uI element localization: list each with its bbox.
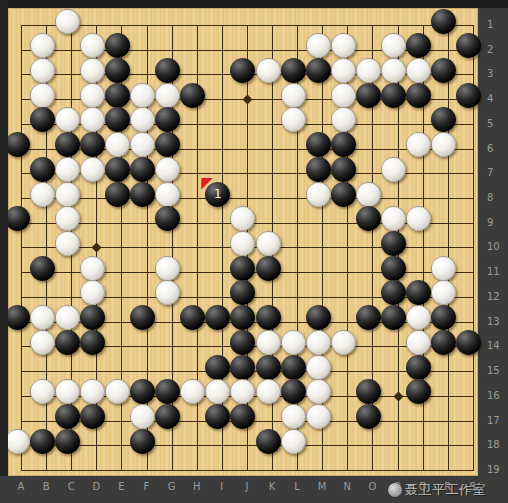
- black-stone-J11[interactable]: [230, 256, 255, 281]
- black-stone-F7[interactable]: [130, 157, 155, 182]
- coordinate-label-row-4: 4: [487, 93, 507, 104]
- black-stone-F13[interactable]: [130, 305, 155, 330]
- black-stone-F8[interactable]: [130, 182, 155, 207]
- white-stone-L4[interactable]: [281, 83, 306, 108]
- coordinate-label-row-7: 7: [487, 167, 507, 178]
- black-stone-D13[interactable]: [80, 305, 105, 330]
- coordinate-label-col-B: B: [36, 481, 56, 492]
- black-stone-Q15[interactable]: [406, 355, 431, 380]
- black-stone-R13[interactable]: [431, 305, 456, 330]
- white-stone-F5[interactable]: [130, 107, 155, 132]
- coordinate-label-col-A: A: [11, 481, 31, 492]
- white-stone-O3[interactable]: [356, 58, 381, 83]
- black-stone-K15[interactable]: [256, 355, 281, 380]
- black-stone-R14[interactable]: [431, 330, 456, 355]
- star-point: [92, 243, 102, 253]
- white-stone-G8[interactable]: [155, 182, 180, 207]
- white-stone-J10[interactable]: [230, 231, 255, 256]
- white-stone-N3[interactable]: [331, 58, 356, 83]
- white-stone-L17[interactable]: [281, 404, 306, 429]
- white-stone-Q3[interactable]: [406, 58, 431, 83]
- white-stone-D12[interactable]: [80, 280, 105, 305]
- black-stone-E4[interactable]: [105, 83, 130, 108]
- white-stone-P9[interactable]: [381, 206, 406, 231]
- white-stone-R6[interactable]: [431, 132, 456, 157]
- black-stone-G5[interactable]: [155, 107, 180, 132]
- black-stone-E2[interactable]: [105, 33, 130, 58]
- black-stone-A9[interactable]: [5, 206, 30, 231]
- coordinate-label-row-3: 3: [487, 68, 507, 79]
- black-stone-B7[interactable]: [30, 157, 55, 182]
- black-stone-H13[interactable]: [180, 305, 205, 330]
- white-stone-E16[interactable]: [105, 379, 130, 404]
- coordinate-label-col-J: J: [237, 481, 257, 492]
- black-stone-D6[interactable]: [80, 132, 105, 157]
- coordinates-right: 12345678910111213141516171819: [478, 0, 508, 503]
- white-stone-F17[interactable]: [130, 404, 155, 429]
- white-stone-D16[interactable]: [80, 379, 105, 404]
- coordinate-label-col-G: G: [162, 481, 182, 492]
- black-stone-L16[interactable]: [281, 379, 306, 404]
- white-stone-C9[interactable]: [55, 206, 80, 231]
- black-stone-M6[interactable]: [306, 132, 331, 157]
- white-stone-N2[interactable]: [331, 33, 356, 58]
- white-stone-C7[interactable]: [55, 157, 80, 182]
- black-stone-I15[interactable]: [205, 355, 230, 380]
- black-stone-O4[interactable]: [356, 83, 381, 108]
- coordinate-label-col-F: F: [137, 481, 157, 492]
- black-stone-B5[interactable]: [30, 107, 55, 132]
- black-stone-Q16[interactable]: [406, 379, 431, 404]
- black-stone-C6[interactable]: [55, 132, 80, 157]
- black-stone-L3[interactable]: [281, 58, 306, 83]
- go-board[interactable]: 1: [8, 8, 478, 476]
- coordinate-label-row-8: 8: [487, 192, 507, 203]
- white-stone-P7[interactable]: [381, 157, 406, 182]
- white-stone-N4[interactable]: [331, 83, 356, 108]
- white-stone-M8[interactable]: [306, 182, 331, 207]
- coordinate-label-col-K: K: [262, 481, 282, 492]
- black-stone-N8[interactable]: [331, 182, 356, 207]
- white-stone-C13[interactable]: [55, 305, 80, 330]
- black-stone-J3[interactable]: [230, 58, 255, 83]
- white-stone-Q14[interactable]: [406, 330, 431, 355]
- black-stone-J15[interactable]: [230, 355, 255, 380]
- black-stone-G17[interactable]: [155, 404, 180, 429]
- coordinate-label-col-I: I: [212, 481, 232, 492]
- white-stone-K10[interactable]: [256, 231, 281, 256]
- black-stone-J13[interactable]: [230, 305, 255, 330]
- coordinate-label-col-L: L: [287, 481, 307, 492]
- go-app-window: 1 ABCDEFGHIJKLMNOPQRS 123456789101112131…: [0, 0, 508, 503]
- white-stone-P3[interactable]: [381, 58, 406, 83]
- coordinate-label-row-19: 19: [487, 464, 507, 475]
- black-stone-Q12[interactable]: [406, 280, 431, 305]
- white-stone-L18[interactable]: [281, 429, 306, 454]
- white-stone-G12[interactable]: [155, 280, 180, 305]
- white-stone-N5[interactable]: [331, 107, 356, 132]
- coordinate-label-col-O: O: [362, 481, 382, 492]
- white-stone-C5[interactable]: [55, 107, 80, 132]
- coordinate-label-col-E: E: [111, 481, 131, 492]
- white-stone-I16[interactable]: [205, 379, 230, 404]
- black-stone-C18[interactable]: [55, 429, 80, 454]
- black-stone-E5[interactable]: [105, 107, 130, 132]
- coordinate-label-row-17: 17: [487, 415, 507, 426]
- white-stone-Q9[interactable]: [406, 206, 431, 231]
- white-stone-G4[interactable]: [155, 83, 180, 108]
- white-stone-D3[interactable]: [80, 58, 105, 83]
- white-stone-K16[interactable]: [256, 379, 281, 404]
- white-stone-M2[interactable]: [306, 33, 331, 58]
- white-stone-M14[interactable]: [306, 330, 331, 355]
- black-stone-H4[interactable]: [180, 83, 205, 108]
- black-stone-M3[interactable]: [306, 58, 331, 83]
- coordinate-label-row-11: 11: [487, 266, 507, 277]
- grid-line-vertical: [448, 25, 449, 471]
- black-stone-P13[interactable]: [381, 305, 406, 330]
- white-stone-G7[interactable]: [155, 157, 180, 182]
- black-stone-R5[interactable]: [431, 107, 456, 132]
- black-stone-C17[interactable]: [55, 404, 80, 429]
- grid-line-horizontal: [21, 445, 474, 446]
- watermark-text: 聂卫平工作室: [405, 481, 486, 499]
- white-stone-P2[interactable]: [381, 33, 406, 58]
- black-stone-B18[interactable]: [30, 429, 55, 454]
- coordinate-label-row-1: 1: [487, 19, 507, 30]
- coordinate-label-row-2: 2: [487, 44, 507, 55]
- black-stone-N7[interactable]: [331, 157, 356, 182]
- black-stone-G16[interactable]: [155, 379, 180, 404]
- white-stone-E6[interactable]: [105, 132, 130, 157]
- black-stone-Q4[interactable]: [406, 83, 431, 108]
- black-stone-J17[interactable]: [230, 404, 255, 429]
- coordinate-label-col-D: D: [86, 481, 106, 492]
- white-stone-B13[interactable]: [30, 305, 55, 330]
- black-stone-I17[interactable]: [205, 404, 230, 429]
- black-stone-F16[interactable]: [130, 379, 155, 404]
- black-stone-P11[interactable]: [381, 256, 406, 281]
- white-stone-A18[interactable]: [5, 429, 30, 454]
- white-stone-R11[interactable]: [431, 256, 456, 281]
- white-stone-B16[interactable]: [30, 379, 55, 404]
- move-number-label: 1: [205, 182, 230, 207]
- black-stone-K18[interactable]: [256, 429, 281, 454]
- black-stone-F18[interactable]: [130, 429, 155, 454]
- black-stone-A6[interactable]: [5, 132, 30, 157]
- coordinate-label-row-5: 5: [487, 118, 507, 129]
- white-stone-D4[interactable]: [80, 83, 105, 108]
- white-stone-M16[interactable]: [306, 379, 331, 404]
- white-stone-Q6[interactable]: [406, 132, 431, 157]
- black-stone-E7[interactable]: [105, 157, 130, 182]
- white-stone-Q13[interactable]: [406, 305, 431, 330]
- white-stone-O8[interactable]: [356, 182, 381, 207]
- black-stone-K11[interactable]: [256, 256, 281, 281]
- black-stone-O17[interactable]: [356, 404, 381, 429]
- coordinate-label-row-14: 14: [487, 340, 507, 351]
- coordinate-label-col-C: C: [61, 481, 81, 492]
- white-stone-J16[interactable]: [230, 379, 255, 404]
- star-point: [242, 95, 252, 105]
- black-stone-M13[interactable]: [306, 305, 331, 330]
- watermark-seal-icon: [388, 483, 402, 497]
- black-stone-E8[interactable]: [105, 182, 130, 207]
- black-stone-J14[interactable]: [230, 330, 255, 355]
- black-stone-I13[interactable]: [205, 305, 230, 330]
- white-stone-D11[interactable]: [80, 256, 105, 281]
- black-stone-R3[interactable]: [431, 58, 456, 83]
- black-stone-L15[interactable]: [281, 355, 306, 380]
- black-stone-D17[interactable]: [80, 404, 105, 429]
- coordinate-label-row-12: 12: [487, 291, 507, 302]
- white-stone-D5[interactable]: [80, 107, 105, 132]
- white-stone-R12[interactable]: [431, 280, 456, 305]
- black-stone-P12[interactable]: [381, 280, 406, 305]
- white-stone-L5[interactable]: [281, 107, 306, 132]
- white-stone-C1[interactable]: [55, 9, 80, 34]
- white-stone-K3[interactable]: [256, 58, 281, 83]
- white-stone-B4[interactable]: [30, 83, 55, 108]
- black-stone-O16[interactable]: [356, 379, 381, 404]
- white-stone-B8[interactable]: [30, 182, 55, 207]
- black-stone-E3[interactable]: [105, 58, 130, 83]
- black-stone-C14[interactable]: [55, 330, 80, 355]
- black-stone-O9[interactable]: [356, 206, 381, 231]
- black-stone-A13[interactable]: [5, 305, 30, 330]
- white-stone-H16[interactable]: [180, 379, 205, 404]
- coordinate-label-row-16: 16: [487, 390, 507, 401]
- black-stone-J12[interactable]: [230, 280, 255, 305]
- coordinate-label-col-N: N: [337, 481, 357, 492]
- white-stone-B2[interactable]: [30, 33, 55, 58]
- white-stone-D7[interactable]: [80, 157, 105, 182]
- black-stone-B11[interactable]: [30, 256, 55, 281]
- black-stone-I8[interactable]: 1: [205, 182, 230, 207]
- coordinate-label-row-13: 13: [487, 316, 507, 327]
- white-stone-C16[interactable]: [55, 379, 80, 404]
- white-stone-D2[interactable]: [80, 33, 105, 58]
- black-stone-R1[interactable]: [431, 9, 456, 34]
- white-stone-C10[interactable]: [55, 231, 80, 256]
- white-stone-B14[interactable]: [30, 330, 55, 355]
- coordinate-label-row-6: 6: [487, 143, 507, 154]
- white-stone-G11[interactable]: [155, 256, 180, 281]
- black-stone-M7[interactable]: [306, 157, 331, 182]
- coordinate-label-col-H: H: [187, 481, 207, 492]
- star-point: [393, 391, 403, 401]
- white-stone-M15[interactable]: [306, 355, 331, 380]
- coordinate-label-row-9: 9: [487, 217, 507, 228]
- white-stone-C8[interactable]: [55, 182, 80, 207]
- coordinate-label-row-10: 10: [487, 241, 507, 252]
- black-stone-D14[interactable]: [80, 330, 105, 355]
- grid-line-horizontal: [21, 470, 474, 471]
- black-stone-G9[interactable]: [155, 206, 180, 231]
- black-stone-G3[interactable]: [155, 58, 180, 83]
- white-stone-M17[interactable]: [306, 404, 331, 429]
- white-stone-F6[interactable]: [130, 132, 155, 157]
- black-stone-P4[interactable]: [381, 83, 406, 108]
- white-stone-J9[interactable]: [230, 206, 255, 231]
- white-stone-K14[interactable]: [256, 330, 281, 355]
- black-stone-O13[interactable]: [356, 305, 381, 330]
- watermark: 聂卫平工作室: [388, 479, 508, 501]
- black-stone-P10[interactable]: [381, 231, 406, 256]
- white-stone-B3[interactable]: [30, 58, 55, 83]
- coordinate-label-row-18: 18: [487, 439, 507, 450]
- coordinate-label-col-M: M: [312, 481, 332, 492]
- white-stone-F4[interactable]: [130, 83, 155, 108]
- black-stone-K13[interactable]: [256, 305, 281, 330]
- black-stone-Q2[interactable]: [406, 33, 431, 58]
- coordinate-label-row-15: 15: [487, 365, 507, 376]
- white-stone-N14[interactable]: [331, 330, 356, 355]
- white-stone-L14[interactable]: [281, 330, 306, 355]
- black-stone-G6[interactable]: [155, 132, 180, 157]
- black-stone-N6[interactable]: [331, 132, 356, 157]
